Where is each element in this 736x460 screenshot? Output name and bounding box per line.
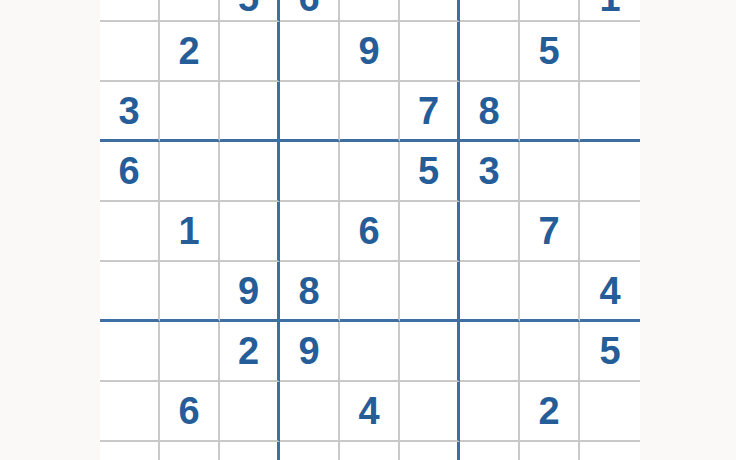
- cell-r4c6[interactable]: 5: [400, 142, 460, 202]
- cell-r3c2[interactable]: [160, 82, 220, 142]
- digit: 1: [599, 0, 620, 17]
- cell-r3c4[interactable]: [280, 82, 340, 142]
- cell-r1c8[interactable]: [520, 0, 580, 22]
- cell-r2c8[interactable]: 5: [520, 22, 580, 82]
- cell-r2c9[interactable]: [580, 22, 640, 82]
- cell-r6c3[interactable]: 9: [220, 262, 280, 322]
- cell-r5c6[interactable]: [400, 202, 460, 262]
- cell-r8c6[interactable]: [400, 382, 460, 442]
- cell-r5c4[interactable]: [280, 202, 340, 262]
- cell-r6c8[interactable]: [520, 262, 580, 322]
- cell-r4c2[interactable]: [160, 142, 220, 202]
- cell-r1c6[interactable]: [400, 0, 460, 22]
- cell-r8c3[interactable]: [220, 382, 280, 442]
- cell-r4c4[interactable]: [280, 142, 340, 202]
- cell-r6c4[interactable]: 8: [280, 262, 340, 322]
- cell-r4c9[interactable]: [580, 142, 640, 202]
- cell-r3c1[interactable]: 3: [100, 82, 160, 142]
- digit: 8: [478, 92, 499, 130]
- cell-r9c6[interactable]: [400, 442, 460, 460]
- digit: 3: [478, 152, 499, 190]
- cell-r7c2[interactable]: [160, 322, 220, 382]
- cell-r7c5[interactable]: [340, 322, 400, 382]
- cell-r8c4[interactable]: [280, 382, 340, 442]
- cell-r7c6[interactable]: [400, 322, 460, 382]
- cell-r9c1[interactable]: [100, 442, 160, 460]
- digit: 9: [238, 272, 259, 310]
- cell-r7c8[interactable]: [520, 322, 580, 382]
- digit: 8: [298, 272, 319, 310]
- digit: 6: [178, 392, 199, 430]
- digit: 7: [418, 92, 439, 130]
- digit: 5: [238, 0, 259, 17]
- digit: 9: [298, 332, 319, 370]
- cell-r5c1[interactable]: [100, 202, 160, 262]
- cell-r9c2[interactable]: [160, 442, 220, 460]
- cell-r7c7[interactable]: [460, 322, 520, 382]
- cell-r5c3[interactable]: [220, 202, 280, 262]
- digit: 1: [178, 212, 199, 250]
- cell-r7c4[interactable]: 9: [280, 322, 340, 382]
- cell-r8c9[interactable]: [580, 382, 640, 442]
- digit: 4: [599, 272, 620, 310]
- digit: 2: [238, 332, 259, 370]
- cell-r3c7[interactable]: 8: [460, 82, 520, 142]
- cell-r5c7[interactable]: [460, 202, 520, 262]
- cell-r8c8[interactable]: 2: [520, 382, 580, 442]
- cell-r1c2[interactable]: [160, 0, 220, 22]
- cell-r4c8[interactable]: [520, 142, 580, 202]
- cell-r9c9[interactable]: [580, 442, 640, 460]
- cell-r3c5[interactable]: [340, 82, 400, 142]
- cell-r3c6[interactable]: 7: [400, 82, 460, 142]
- digit: 7: [538, 212, 559, 250]
- cell-r2c4[interactable]: [280, 22, 340, 82]
- cell-r9c5[interactable]: [340, 442, 400, 460]
- cell-r7c9[interactable]: 5: [580, 322, 640, 382]
- cell-r8c1[interactable]: [100, 382, 160, 442]
- cell-r5c5[interactable]: 6: [340, 202, 400, 262]
- cell-r9c7[interactable]: [460, 442, 520, 460]
- cell-r6c2[interactable]: [160, 262, 220, 322]
- cell-r4c1[interactable]: 6: [100, 142, 160, 202]
- cell-r3c8[interactable]: [520, 82, 580, 142]
- digit: 6: [298, 0, 319, 17]
- cell-r8c5[interactable]: 4: [340, 382, 400, 442]
- cell-r1c5[interactable]: [340, 0, 400, 22]
- cell-r5c9[interactable]: [580, 202, 640, 262]
- digit: 5: [599, 332, 620, 370]
- digit: 5: [538, 32, 559, 70]
- digit: 5: [418, 152, 439, 190]
- digit: 4: [358, 392, 379, 430]
- cell-r7c3[interactable]: 2: [220, 322, 280, 382]
- cell-r6c9[interactable]: 4: [580, 262, 640, 322]
- cell-r2c3[interactable]: [220, 22, 280, 82]
- cell-r9c3[interactable]: [220, 442, 280, 460]
- cell-r3c3[interactable]: [220, 82, 280, 142]
- cell-r3c9[interactable]: [580, 82, 640, 142]
- cell-r7c1[interactable]: [100, 322, 160, 382]
- cell-r8c2[interactable]: 6: [160, 382, 220, 442]
- cell-r9c8[interactable]: [520, 442, 580, 460]
- digit: 2: [538, 392, 559, 430]
- cell-r2c2[interactable]: 2: [160, 22, 220, 82]
- cell-r5c2[interactable]: 1: [160, 202, 220, 262]
- cell-r6c1[interactable]: [100, 262, 160, 322]
- cell-r5c8[interactable]: 7: [520, 202, 580, 262]
- cell-r1c7[interactable]: [460, 0, 520, 22]
- digit: 2: [178, 32, 199, 70]
- cell-r4c5[interactable]: [340, 142, 400, 202]
- cell-r1c3[interactable]: 5: [220, 0, 280, 22]
- cell-r2c1[interactable]: [100, 22, 160, 82]
- sudoku-page: 561295378653167984295642: [0, 0, 736, 460]
- digit: 9: [358, 32, 379, 70]
- cell-r6c5[interactable]: [340, 262, 400, 322]
- cell-r4c3[interactable]: [220, 142, 280, 202]
- cell-r2c5[interactable]: 9: [340, 22, 400, 82]
- digit: 3: [118, 92, 139, 130]
- digit: 6: [118, 152, 139, 190]
- cell-r1c9[interactable]: 1: [580, 0, 640, 22]
- cell-r6c7[interactable]: [460, 262, 520, 322]
- cell-r2c6[interactable]: [400, 22, 460, 82]
- digit: 6: [358, 212, 379, 250]
- cell-r8c7[interactable]: [460, 382, 520, 442]
- cell-r4c7[interactable]: 3: [460, 142, 520, 202]
- cell-r1c1[interactable]: [100, 0, 160, 22]
- cell-r9c4[interactable]: [280, 442, 340, 460]
- sudoku-board: 561295378653167984295642: [100, 0, 640, 460]
- cell-r2c7[interactable]: [460, 22, 520, 82]
- cell-r1c4[interactable]: 6: [280, 0, 340, 22]
- cell-r6c6[interactable]: [400, 262, 460, 322]
